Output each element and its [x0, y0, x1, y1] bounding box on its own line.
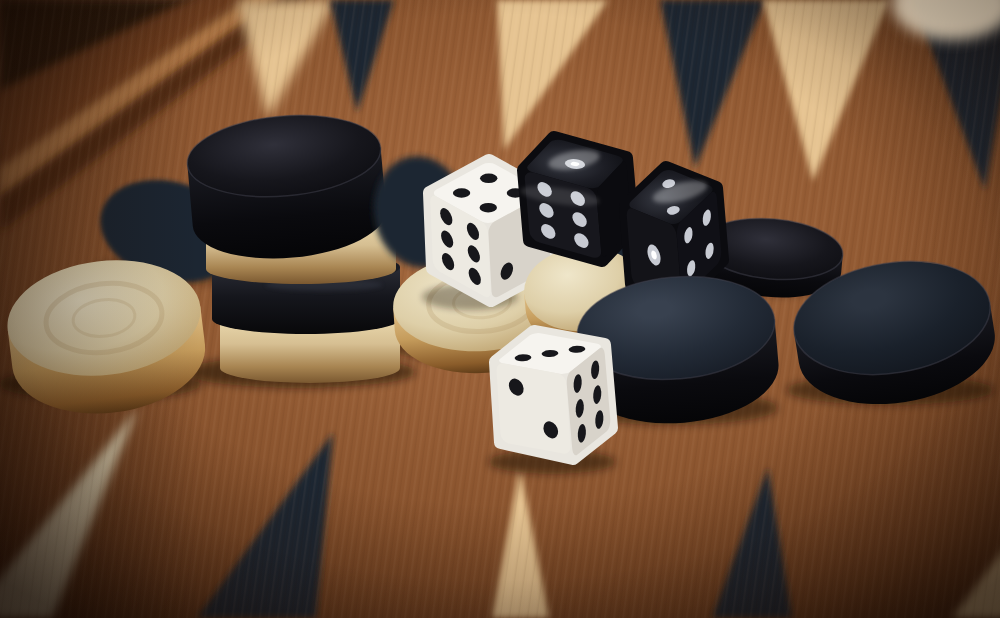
black-die-left[interactable] [519, 138, 632, 260]
scene-svg [0, 0, 1000, 618]
die-face-2 [496, 362, 571, 455]
white-die-lower[interactable] [496, 332, 611, 458]
backgammon-board-photo [0, 0, 1000, 618]
